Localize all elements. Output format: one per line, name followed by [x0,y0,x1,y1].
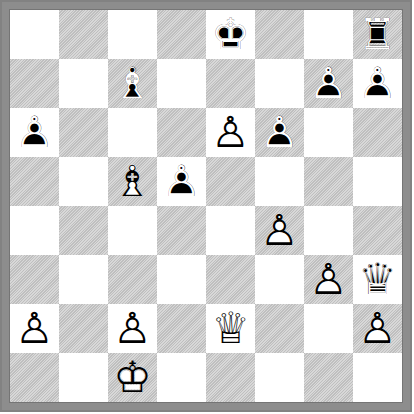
piece-white-pawn[interactable]: ♟♙ [10,304,59,353]
square-d2[interactable] [157,304,206,353]
black-pawn-outline-icon: ♙ [157,157,206,206]
black-bishop-outline-icon: ♗ [108,59,157,108]
square-f3[interactable] [255,255,304,304]
square-a5[interactable] [10,157,59,206]
square-d7[interactable] [157,59,206,108]
square-a2[interactable]: ♟♙ [10,304,59,353]
square-f8[interactable] [255,10,304,59]
square-h3[interactable]: ♛♕ [353,255,402,304]
square-e1[interactable] [206,353,255,402]
piece-white-pawn[interactable]: ♟♙ [255,206,304,255]
white-bishop-outline-icon: ♗ [108,157,157,206]
square-e7[interactable] [206,59,255,108]
piece-black-pawn[interactable]: ♟♙ [304,59,353,108]
square-h8[interactable]: ♜♖ [353,10,402,59]
square-c1[interactable]: ♚♔ [108,353,157,402]
piece-white-king[interactable]: ♚♔ [108,353,157,402]
square-e3[interactable] [206,255,255,304]
square-h2[interactable]: ♟♙ [353,304,402,353]
square-b8[interactable] [59,10,108,59]
square-c4[interactable] [108,206,157,255]
square-h1[interactable] [353,353,402,402]
square-d6[interactable] [157,108,206,157]
square-a1[interactable] [10,353,59,402]
square-e8[interactable]: ♚♔ [206,10,255,59]
square-f4[interactable]: ♟♙ [255,206,304,255]
square-b7[interactable] [59,59,108,108]
square-g6[interactable] [304,108,353,157]
square-a7[interactable] [10,59,59,108]
piece-white-bishop[interactable]: ♝♗ [108,157,157,206]
white-king-outline-icon: ♔ [108,353,157,402]
square-g5[interactable] [304,157,353,206]
square-c5[interactable]: ♝♗ [108,157,157,206]
black-pawn-outline-icon: ♙ [10,108,59,157]
white-pawn-outline-icon: ♙ [108,304,157,353]
square-g8[interactable] [304,10,353,59]
black-pawn-outline-icon: ♙ [255,108,304,157]
black-king-outline-icon: ♔ [206,10,255,59]
square-g2[interactable] [304,304,353,353]
square-e5[interactable] [206,157,255,206]
square-b5[interactable] [59,157,108,206]
square-h6[interactable] [353,108,402,157]
white-pawn-outline-icon: ♙ [255,206,304,255]
square-c7[interactable]: ♝♗ [108,59,157,108]
square-d3[interactable] [157,255,206,304]
piece-black-bishop[interactable]: ♝♗ [108,59,157,108]
square-f7[interactable] [255,59,304,108]
square-b1[interactable] [59,353,108,402]
square-f6[interactable]: ♟♙ [255,108,304,157]
square-h7[interactable]: ♟♙ [353,59,402,108]
square-a6[interactable]: ♟♙ [10,108,59,157]
piece-white-pawn[interactable]: ♟♙ [304,255,353,304]
piece-black-pawn[interactable]: ♟♙ [10,108,59,157]
square-e4[interactable] [206,206,255,255]
square-c6[interactable] [108,108,157,157]
white-pawn-outline-icon: ♙ [353,304,402,353]
square-a4[interactable] [10,206,59,255]
piece-white-pawn[interactable]: ♟♙ [206,108,255,157]
piece-white-pawn[interactable]: ♟♙ [108,304,157,353]
square-e2[interactable]: ♛♕ [206,304,255,353]
piece-black-rook[interactable]: ♜♖ [353,10,402,59]
chess-board-frame: ♚♔♜♖♝♗♟♙♟♙♟♙♟♙♟♙♝♗♟♙♟♙♟♙♛♕♟♙♟♙♛♕♟♙♚♔ [0,0,412,412]
square-b2[interactable] [59,304,108,353]
piece-white-queen[interactable]: ♛♕ [206,304,255,353]
square-b4[interactable] [59,206,108,255]
square-e6[interactable]: ♟♙ [206,108,255,157]
square-b6[interactable] [59,108,108,157]
white-pawn-outline-icon: ♙ [206,108,255,157]
square-a3[interactable] [10,255,59,304]
square-d5[interactable]: ♟♙ [157,157,206,206]
piece-black-pawn[interactable]: ♟♙ [157,157,206,206]
square-a8[interactable] [10,10,59,59]
piece-black-king[interactable]: ♚♔ [206,10,255,59]
chess-board: ♚♔♜♖♝♗♟♙♟♙♟♙♟♙♟♙♝♗♟♙♟♙♟♙♛♕♟♙♟♙♛♕♟♙♚♔ [9,9,403,403]
piece-black-pawn[interactable]: ♟♙ [353,59,402,108]
square-d4[interactable] [157,206,206,255]
square-g3[interactable]: ♟♙ [304,255,353,304]
piece-black-pawn[interactable]: ♟♙ [255,108,304,157]
black-queen-outline-icon: ♕ [353,255,402,304]
white-pawn-outline-icon: ♙ [304,255,353,304]
piece-white-pawn[interactable]: ♟♙ [353,304,402,353]
square-c3[interactable] [108,255,157,304]
square-f5[interactable] [255,157,304,206]
square-c2[interactable]: ♟♙ [108,304,157,353]
square-b3[interactable] [59,255,108,304]
square-f1[interactable] [255,353,304,402]
square-h5[interactable] [353,157,402,206]
square-g4[interactable] [304,206,353,255]
black-pawn-outline-icon: ♙ [304,59,353,108]
black-pawn-outline-icon: ♙ [353,59,402,108]
white-queen-outline-icon: ♕ [206,304,255,353]
square-f2[interactable] [255,304,304,353]
square-d1[interactable] [157,353,206,402]
white-pawn-outline-icon: ♙ [10,304,59,353]
square-c8[interactable] [108,10,157,59]
black-rook-outline-icon: ♖ [353,10,402,59]
square-g1[interactable] [304,353,353,402]
piece-black-queen[interactable]: ♛♕ [353,255,402,304]
square-h4[interactable] [353,206,402,255]
square-g7[interactable]: ♟♙ [304,59,353,108]
square-d8[interactable] [157,10,206,59]
